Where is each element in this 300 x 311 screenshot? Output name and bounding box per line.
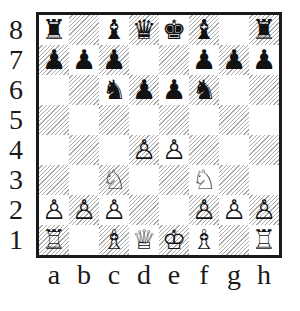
file-label-h: h (249, 257, 279, 293)
square-g7[interactable]: ♟ (219, 45, 249, 75)
piece-black-pawn: ♟ (252, 45, 276, 75)
piece-white-rook: ♖ (42, 225, 66, 255)
piece-white-pawn: ♙ (192, 195, 216, 225)
file-labels: abcdefgh (39, 257, 279, 293)
square-c4[interactable] (99, 135, 129, 165)
square-b8[interactable] (69, 15, 99, 45)
square-a1[interactable]: ♖ (39, 225, 69, 255)
piece-white-knight: ♘ (192, 165, 216, 195)
square-g8[interactable] (219, 15, 249, 45)
piece-white-pawn: ♙ (42, 195, 66, 225)
piece-black-rook: ♜ (42, 15, 66, 45)
square-d5[interactable] (129, 105, 159, 135)
piece-white-king: ♔ (162, 225, 186, 255)
square-b7[interactable]: ♟ (69, 45, 99, 75)
rank-label-6: 6 (2, 75, 30, 105)
piece-black-pawn: ♟ (162, 75, 186, 105)
file-label-d: d (129, 257, 159, 293)
square-f8[interactable]: ♝ (189, 15, 219, 45)
square-b2[interactable]: ♙ (69, 195, 99, 225)
square-g3[interactable] (219, 165, 249, 195)
square-c6[interactable]: ♞ (99, 75, 129, 105)
square-g1[interactable] (219, 225, 249, 255)
square-d8[interactable]: ♛ (129, 15, 159, 45)
piece-white-pawn: ♙ (222, 195, 246, 225)
square-f1[interactable]: ♗ (189, 225, 219, 255)
rank-label-1: 1 (2, 225, 30, 255)
rank-label-5: 5 (2, 105, 30, 135)
square-h4[interactable] (249, 135, 279, 165)
square-d1[interactable]: ♕ (129, 225, 159, 255)
square-c8[interactable]: ♝ (99, 15, 129, 45)
square-e3[interactable] (159, 165, 189, 195)
rank-label-4: 4 (2, 135, 30, 165)
file-label-c: c (99, 257, 129, 293)
square-h3[interactable] (249, 165, 279, 195)
square-e4[interactable]: ♙ (159, 135, 189, 165)
piece-black-pawn: ♟ (192, 45, 216, 75)
rank-label-2: 2 (2, 195, 30, 225)
square-d4[interactable]: ♙ (129, 135, 159, 165)
square-e7[interactable] (159, 45, 189, 75)
square-e6[interactable]: ♟ (159, 75, 189, 105)
square-h2[interactable]: ♙ (249, 195, 279, 225)
piece-black-queen: ♛ (132, 15, 156, 45)
piece-white-pawn: ♙ (132, 135, 156, 165)
square-f5[interactable] (189, 105, 219, 135)
piece-black-pawn: ♟ (72, 45, 96, 75)
piece-white-knight: ♘ (102, 165, 126, 195)
square-b6[interactable] (69, 75, 99, 105)
square-b3[interactable] (69, 165, 99, 195)
piece-white-pawn: ♙ (162, 135, 186, 165)
piece-black-knight: ♞ (102, 75, 126, 105)
square-e1[interactable]: ♔ (159, 225, 189, 255)
square-b5[interactable] (69, 105, 99, 135)
piece-black-bishop: ♝ (192, 15, 216, 45)
square-a4[interactable] (39, 135, 69, 165)
file-label-e: e (159, 257, 189, 293)
square-a8[interactable]: ♜ (39, 15, 69, 45)
piece-white-queen: ♕ (132, 225, 156, 255)
square-b1[interactable] (69, 225, 99, 255)
piece-black-knight: ♞ (192, 75, 216, 105)
square-h6[interactable] (249, 75, 279, 105)
square-g2[interactable]: ♙ (219, 195, 249, 225)
square-f7[interactable]: ♟ (189, 45, 219, 75)
square-h7[interactable]: ♟ (249, 45, 279, 75)
square-f6[interactable]: ♞ (189, 75, 219, 105)
square-a6[interactable] (39, 75, 69, 105)
square-d6[interactable]: ♟ (129, 75, 159, 105)
piece-white-pawn: ♙ (72, 195, 96, 225)
square-e8[interactable]: ♚ (159, 15, 189, 45)
square-b4[interactable] (69, 135, 99, 165)
rank-labels: 87654321 (2, 15, 30, 255)
rank-label-8: 8 (2, 15, 30, 45)
piece-black-king: ♚ (162, 15, 186, 45)
square-c7[interactable]: ♟ (99, 45, 129, 75)
file-label-f: f (189, 257, 219, 293)
square-d7[interactable] (129, 45, 159, 75)
square-d2[interactable] (129, 195, 159, 225)
square-h5[interactable] (249, 105, 279, 135)
square-g5[interactable] (219, 105, 249, 135)
square-f2[interactable]: ♙ (189, 195, 219, 225)
square-e5[interactable] (159, 105, 189, 135)
piece-black-pawn: ♟ (222, 45, 246, 75)
rank-label-7: 7 (2, 45, 30, 75)
square-c5[interactable] (99, 105, 129, 135)
file-label-b: b (69, 257, 99, 293)
rank-label-3: 3 (2, 165, 30, 195)
piece-white-rook: ♖ (252, 225, 276, 255)
square-f4[interactable] (189, 135, 219, 165)
square-c3[interactable]: ♘ (99, 165, 129, 195)
square-a5[interactable] (39, 105, 69, 135)
file-label-g: g (219, 257, 249, 293)
piece-black-rook: ♜ (252, 15, 276, 45)
piece-white-bishop: ♗ (102, 225, 126, 255)
piece-black-pawn: ♟ (42, 45, 66, 75)
piece-white-pawn: ♙ (102, 195, 126, 225)
square-h8[interactable]: ♜ (249, 15, 279, 45)
piece-white-pawn: ♙ (252, 195, 276, 225)
chess-board: ♜♝♛♚♝♜♟♟♟♟♟♟♞♟♟♞♙♙♘♘♙♙♙♙♙♙♖♗♕♔♗♖ (36, 12, 282, 258)
square-d3[interactable] (129, 165, 159, 195)
square-f3[interactable]: ♘ (189, 165, 219, 195)
piece-black-bishop: ♝ (102, 15, 126, 45)
square-g4[interactable] (219, 135, 249, 165)
square-c2[interactable]: ♙ (99, 195, 129, 225)
piece-black-pawn: ♟ (132, 75, 156, 105)
piece-black-pawn: ♟ (102, 45, 126, 75)
square-a3[interactable] (39, 165, 69, 195)
square-e2[interactable] (159, 195, 189, 225)
file-label-a: a (39, 257, 69, 293)
square-h1[interactable]: ♖ (249, 225, 279, 255)
square-c1[interactable]: ♗ (99, 225, 129, 255)
piece-white-bishop: ♗ (192, 225, 216, 255)
square-a2[interactable]: ♙ (39, 195, 69, 225)
square-g6[interactable] (219, 75, 249, 105)
square-a7[interactable]: ♟ (39, 45, 69, 75)
